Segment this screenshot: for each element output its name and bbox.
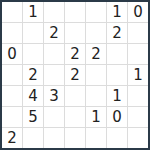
empty-cell-r6c3[interactable]	[44, 107, 64, 127]
clue-cell-r5c2: 4	[23, 86, 43, 106]
empty-cell-r4c1[interactable]	[2, 65, 22, 85]
empty-cell-r5c4[interactable]	[65, 86, 85, 106]
clue-cell-r4c7: 1	[128, 65, 148, 85]
empty-cell-r2c1[interactable]	[2, 23, 22, 43]
empty-cell-r7c2[interactable]	[23, 128, 43, 148]
clue-cell-r4c4: 2	[65, 65, 85, 85]
empty-cell-r6c4[interactable]	[65, 107, 85, 127]
empty-cell-r5c1[interactable]	[2, 86, 22, 106]
clue-cell-r6c2: 5	[23, 107, 43, 127]
empty-cell-r7c4[interactable]	[65, 128, 85, 148]
clue-cell-r5c6: 1	[107, 86, 127, 106]
empty-cell-r2c7[interactable]	[128, 23, 148, 43]
empty-cell-r7c6[interactable]	[107, 128, 127, 148]
empty-cell-r7c5[interactable]	[86, 128, 106, 148]
puzzle-board: 110220222214315102	[0, 0, 150, 150]
clue-cell-r6c5: 1	[86, 107, 106, 127]
empty-cell-r2c2[interactable]	[23, 23, 43, 43]
empty-cell-r1c3[interactable]	[44, 2, 64, 22]
clue-cell-r7c1: 2	[2, 128, 22, 148]
empty-cell-r7c7[interactable]	[128, 128, 148, 148]
clue-cell-r5c3: 3	[44, 86, 64, 106]
empty-cell-r3c2[interactable]	[23, 44, 43, 64]
clue-cell-r4c2: 2	[23, 65, 43, 85]
clue-cell-r2c3: 2	[44, 23, 64, 43]
clue-cell-r2c6: 2	[107, 23, 127, 43]
empty-cell-r1c1[interactable]	[2, 2, 22, 22]
empty-cell-r7c3[interactable]	[44, 128, 64, 148]
clue-cell-r1c6: 1	[107, 2, 127, 22]
empty-cell-r1c4[interactable]	[65, 2, 85, 22]
empty-cell-r5c7[interactable]	[128, 86, 148, 106]
clue-cell-r3c4: 2	[65, 44, 85, 64]
empty-cell-r6c1[interactable]	[2, 107, 22, 127]
empty-cell-r3c7[interactable]	[128, 44, 148, 64]
empty-cell-r5c5[interactable]	[86, 86, 106, 106]
empty-cell-r4c6[interactable]	[107, 65, 127, 85]
empty-cell-r4c3[interactable]	[44, 65, 64, 85]
empty-cell-r1c5[interactable]	[86, 2, 106, 22]
empty-cell-r6c7[interactable]	[128, 107, 148, 127]
empty-cell-r3c6[interactable]	[107, 44, 127, 64]
clue-cell-r3c5: 2	[86, 44, 106, 64]
clue-cell-r3c1: 0	[2, 44, 22, 64]
clue-cell-r1c2: 1	[23, 2, 43, 22]
empty-cell-r4c5[interactable]	[86, 65, 106, 85]
clue-cell-r1c7: 0	[128, 2, 148, 22]
empty-cell-r3c3[interactable]	[44, 44, 64, 64]
clue-cell-r6c6: 0	[107, 107, 127, 127]
empty-cell-r2c4[interactable]	[65, 23, 85, 43]
empty-cell-r2c5[interactable]	[86, 23, 106, 43]
